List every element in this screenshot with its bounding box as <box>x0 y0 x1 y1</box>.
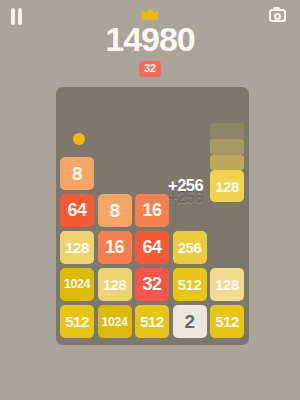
falling-tile-128: 128 <box>210 170 244 202</box>
bonus-dot <box>73 133 85 145</box>
board-drop-area[interactable]: +256 +256 864816128166425610241283251212… <box>56 87 249 345</box>
merge-score-popup-ghost: +256 <box>168 188 203 207</box>
score-delta-badge: 32 <box>139 61 161 77</box>
tile-512: 512 <box>60 305 94 338</box>
falling-tile-trail <box>210 139 244 155</box>
tile-2: 2 <box>173 305 207 338</box>
tile-512: 512 <box>135 305 169 338</box>
tile-64: 64 <box>135 231 169 264</box>
crown-icon <box>141 8 159 20</box>
tile-32: 32 <box>135 268 169 301</box>
camera-button[interactable] <box>269 7 291 25</box>
score-area: 14980 32 <box>0 0 300 77</box>
game-screen: 14980 32 +256 +256 864816128166425610241… <box>0 0 300 400</box>
tile-1024: 1024 <box>98 305 132 338</box>
tile-256: 256 <box>173 231 207 264</box>
tile-128: 128 <box>60 231 94 264</box>
tile-512: 512 <box>210 305 244 338</box>
tile-16: 16 <box>135 194 169 227</box>
falling-tile-trail <box>210 155 244 170</box>
falling-tile-trail <box>210 123 244 139</box>
tile-8: 8 <box>60 157 94 190</box>
score-value: 14980 <box>0 22 300 56</box>
tile-16: 16 <box>98 231 132 264</box>
tile-128: 128 <box>210 268 244 301</box>
camera-icon <box>274 13 281 20</box>
tile-128: 128 <box>98 268 132 301</box>
tile-1024: 1024 <box>60 268 94 301</box>
tile-512: 512 <box>173 268 207 301</box>
tile-8: 8 <box>98 194 132 227</box>
tile-64: 64 <box>60 194 94 227</box>
